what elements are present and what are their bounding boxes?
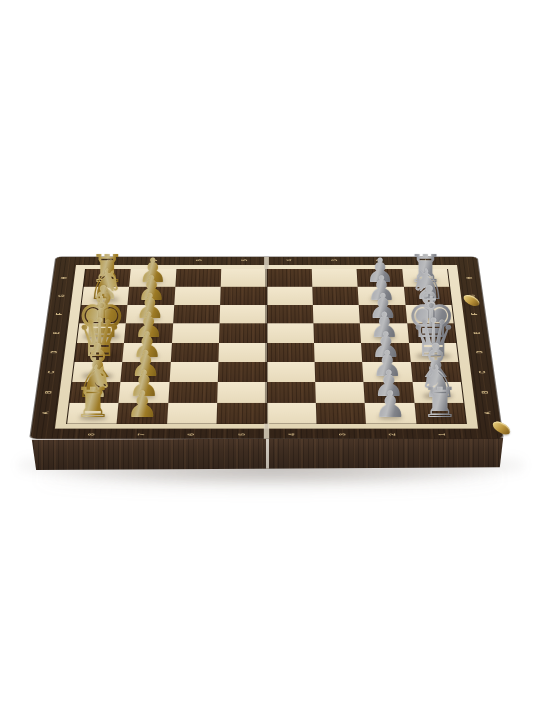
- file-label-left-F: F: [53, 311, 66, 316]
- fold-seam-gap-top: [264, 257, 269, 269]
- square-g5[interactable]: [220, 287, 266, 305]
- square-d3[interactable]: [314, 343, 363, 363]
- square-c4[interactable]: [267, 362, 316, 382]
- rank-label-bottom-7: 7: [134, 431, 147, 437]
- piece-white-rook-a1[interactable]: ♜: [419, 382, 461, 424]
- square-c3[interactable]: [314, 362, 363, 382]
- square-h3[interactable]: [312, 269, 358, 287]
- square-e3[interactable]: [313, 323, 361, 342]
- rank-label-top-3: 3: [328, 258, 340, 263]
- square-b5[interactable]: [217, 382, 266, 403]
- square-a6[interactable]: [167, 403, 217, 424]
- file-label-right-H: H: [463, 275, 475, 280]
- fold-seam: [265, 257, 268, 439]
- black-pawn-glyph: ♟: [126, 387, 159, 424]
- square-c6[interactable]: [169, 362, 218, 382]
- file-label-left-D: D: [47, 349, 60, 355]
- rank-label-top-6: 6: [193, 258, 205, 263]
- fold-seam-side: [266, 437, 269, 470]
- rank-label-bottom-5: 5: [235, 431, 248, 437]
- file-label-left-H: H: [58, 275, 70, 280]
- file-label-right-A: A: [481, 410, 494, 416]
- file-label-right-E: E: [470, 330, 483, 336]
- piece-black-rook-a8[interactable]: ♜: [72, 382, 114, 424]
- file-label-right-F: F: [468, 311, 481, 316]
- rank-label-top-5: 5: [238, 258, 249, 263]
- square-h5[interactable]: [221, 269, 267, 287]
- square-f3[interactable]: [313, 305, 360, 324]
- file-label-left-C: C: [44, 369, 57, 375]
- square-a3[interactable]: [316, 403, 366, 424]
- file-label-left-B: B: [42, 389, 55, 395]
- white-pawn-glyph: ♟: [374, 387, 407, 424]
- piece-white-pawn-a2[interactable]: ♟: [372, 387, 409, 424]
- square-a4[interactable]: [267, 403, 317, 424]
- square-h4[interactable]: [267, 269, 313, 287]
- square-g6[interactable]: [174, 287, 221, 305]
- file-label-left-A: A: [39, 410, 52, 416]
- square-g3[interactable]: [312, 287, 359, 305]
- square-b6[interactable]: [168, 382, 218, 403]
- rank-label-bottom-8: 8: [84, 431, 97, 437]
- square-e4[interactable]: [267, 323, 314, 342]
- file-label-right-B: B: [478, 389, 491, 395]
- square-f4[interactable]: [267, 305, 314, 324]
- file-label-left-G: G: [55, 293, 67, 298]
- file-label-left-E: E: [50, 330, 63, 336]
- rank-label-bottom-6: 6: [185, 431, 198, 437]
- board-side-face: [28, 437, 507, 470]
- square-f5[interactable]: [220, 305, 267, 324]
- rank-label-bottom-2: 2: [385, 431, 398, 437]
- square-b4[interactable]: [267, 382, 316, 403]
- white-rook-glyph: ♜: [421, 382, 459, 424]
- square-g4[interactable]: [267, 287, 313, 305]
- square-f6[interactable]: [173, 305, 220, 324]
- piece-black-pawn-a7[interactable]: ♟: [124, 387, 161, 424]
- rank-label-bottom-4: 4: [285, 431, 298, 437]
- square-d6[interactable]: [171, 343, 220, 363]
- black-rook-glyph: ♜: [74, 382, 112, 424]
- square-h6[interactable]: [175, 269, 221, 287]
- rank-label-top-4: 4: [283, 258, 294, 263]
- square-c5[interactable]: [218, 362, 267, 382]
- square-b3[interactable]: [315, 382, 365, 403]
- file-label-right-D: D: [473, 349, 486, 355]
- rank-label-bottom-3: 3: [335, 431, 348, 437]
- square-e6[interactable]: [172, 323, 220, 342]
- square-a5[interactable]: [217, 403, 267, 424]
- file-label-right-C: C: [475, 369, 488, 375]
- photo-stage: HHGGFFEEDDCCBBAA8877665544332211 ♜♟♟♜♞♟♟…: [0, 0, 540, 720]
- rank-label-bottom-1: 1: [435, 431, 448, 437]
- square-e5[interactable]: [219, 323, 266, 342]
- fold-seam-gap-bottom: [263, 424, 268, 439]
- square-d5[interactable]: [219, 343, 267, 363]
- square-d4[interactable]: [267, 343, 315, 363]
